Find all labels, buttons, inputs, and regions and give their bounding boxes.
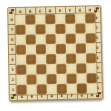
square-a4[interactable] xyxy=(16,55,26,65)
square-h8[interactable] xyxy=(85,13,95,23)
square-e1[interactable] xyxy=(57,84,67,94)
square-g2[interactable] xyxy=(76,73,86,83)
square-a1[interactable] xyxy=(17,85,27,95)
square-h4[interactable] xyxy=(86,53,96,63)
rank-label: 5 xyxy=(9,46,15,55)
square-b8[interactable] xyxy=(25,15,35,25)
square-c5[interactable] xyxy=(36,44,46,54)
square-g5[interactable] xyxy=(76,43,86,53)
square-b2[interactable] xyxy=(26,74,36,84)
square-d5[interactable] xyxy=(46,44,56,54)
rank-label: 2 xyxy=(10,76,16,85)
square-h6[interactable] xyxy=(86,33,96,43)
square-e7[interactable] xyxy=(55,24,65,34)
square-f4[interactable] xyxy=(66,54,76,64)
square-h3[interactable] xyxy=(86,63,96,73)
square-d1[interactable] xyxy=(47,84,57,94)
square-a7[interactable] xyxy=(15,25,25,35)
file-label: F xyxy=(66,7,75,13)
square-h5[interactable] xyxy=(86,43,96,53)
square-a6[interactable] xyxy=(16,35,26,45)
board-grid xyxy=(15,13,97,95)
square-e5[interactable] xyxy=(56,44,66,54)
product-photo-scene: ABCDEFGH ABCDEFGH 87654321 87654321 xyxy=(0,0,111,111)
square-e6[interactable] xyxy=(56,34,66,44)
square-g4[interactable] xyxy=(76,53,86,63)
square-d4[interactable] xyxy=(46,54,56,64)
square-f8[interactable] xyxy=(65,14,75,24)
square-b3[interactable] xyxy=(26,64,36,74)
square-a5[interactable] xyxy=(16,45,26,55)
square-c8[interactable] xyxy=(35,14,45,24)
square-c1[interactable] xyxy=(37,84,47,94)
square-b1[interactable] xyxy=(27,84,37,94)
rank-label: 4 xyxy=(10,56,16,65)
square-f6[interactable] xyxy=(66,34,76,44)
square-c4[interactable] xyxy=(36,54,46,64)
file-label: E xyxy=(56,7,65,13)
square-g8[interactable] xyxy=(75,13,85,23)
rank-label: 6 xyxy=(9,36,15,45)
square-e8[interactable] xyxy=(55,14,65,24)
square-c2[interactable] xyxy=(36,74,46,84)
square-d8[interactable] xyxy=(45,14,55,24)
square-a2[interactable] xyxy=(16,75,26,85)
square-f2[interactable] xyxy=(66,74,76,84)
square-h1[interactable] xyxy=(87,83,97,93)
square-a8[interactable] xyxy=(15,15,25,25)
square-c7[interactable] xyxy=(35,24,45,34)
square-g6[interactable] xyxy=(76,33,86,43)
square-e2[interactable] xyxy=(56,74,66,84)
square-h7[interactable] xyxy=(85,23,95,33)
file-label: B xyxy=(26,8,35,14)
corner-inlay-icon xyxy=(94,7,99,12)
square-d3[interactable] xyxy=(46,64,56,74)
square-d2[interactable] xyxy=(46,74,56,84)
chessboard: ABCDEFGH ABCDEFGH 87654321 87654321 xyxy=(7,5,103,101)
file-label: C xyxy=(36,8,45,14)
rank-label: 8 xyxy=(9,16,15,25)
square-a3[interactable] xyxy=(16,65,26,75)
file-label: G xyxy=(76,7,85,13)
square-c3[interactable] xyxy=(36,64,46,74)
square-g1[interactable] xyxy=(77,83,87,93)
square-f1[interactable] xyxy=(67,84,77,94)
square-b6[interactable] xyxy=(26,34,36,44)
square-g7[interactable] xyxy=(75,23,85,33)
square-f3[interactable] xyxy=(66,64,76,74)
square-h2[interactable] xyxy=(86,73,96,83)
corner-inlay-icon xyxy=(11,94,16,99)
square-f7[interactable] xyxy=(65,24,75,34)
rank-label: 3 xyxy=(10,66,16,75)
square-d7[interactable] xyxy=(45,24,55,34)
square-b4[interactable] xyxy=(26,54,36,64)
square-c6[interactable] xyxy=(36,34,46,44)
square-e3[interactable] xyxy=(56,64,66,74)
square-b5[interactable] xyxy=(26,44,36,54)
rank-label: 7 xyxy=(9,26,15,35)
square-g3[interactable] xyxy=(76,63,86,73)
square-f5[interactable] xyxy=(66,44,76,54)
square-d6[interactable] xyxy=(46,34,56,44)
file-label: D xyxy=(46,8,55,14)
file-label: A xyxy=(16,8,25,14)
square-e4[interactable] xyxy=(56,54,66,64)
square-b7[interactable] xyxy=(25,24,35,34)
corner-inlay-icon xyxy=(9,9,14,14)
